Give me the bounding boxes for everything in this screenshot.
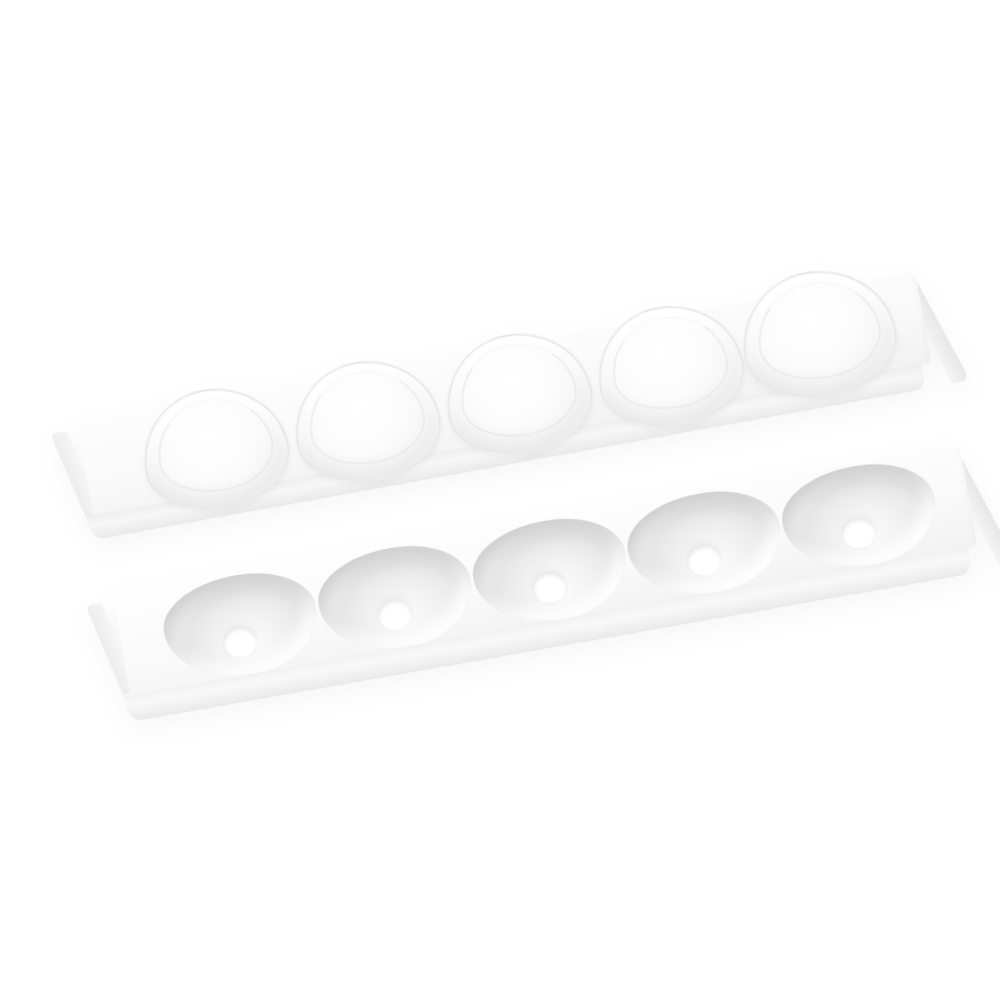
photo-caption: Two-part white plastic onigiri (rice bal…	[40, 16, 41, 17]
push-out-hole-5	[840, 515, 878, 550]
push-out-hole-2	[376, 597, 414, 632]
push-out-hole-3	[531, 570, 569, 605]
push-out-hole-4	[686, 543, 724, 578]
product-photo: Two-part white plastic onigiri (rice bal…	[40, 16, 1000, 1000]
push-out-hole-1	[222, 624, 260, 659]
